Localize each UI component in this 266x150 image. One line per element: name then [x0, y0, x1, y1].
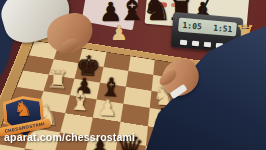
clock-time-right: 1:51: [213, 23, 233, 34]
white-rook: ♜: [46, 67, 69, 93]
clock-button: [180, 40, 187, 46]
clock-time-left: 1:05: [182, 20, 202, 31]
clock-display: 1:05 1:51: [178, 18, 237, 37]
white-bishop: ♝: [67, 87, 92, 115]
white-pawn-at-board-edge: ♟: [110, 23, 128, 43]
white-pawn: ♟: [97, 96, 118, 119]
captured-black-knight: ♞: [142, 0, 167, 25]
watermark-url: aparat.com/chessrostami: [4, 131, 135, 143]
square-e7: [126, 71, 153, 91]
clock-button: [192, 41, 199, 47]
video-frame: ♟♝♞♜♟ 1:05 1:51 ♜♝ ♟ ♚♜♟♝♞♝♟♟♟♟♞♟♛♟♚ ♞ C…: [0, 0, 266, 150]
knight-icon: ♞: [0, 96, 47, 121]
clock-button: [204, 42, 211, 48]
